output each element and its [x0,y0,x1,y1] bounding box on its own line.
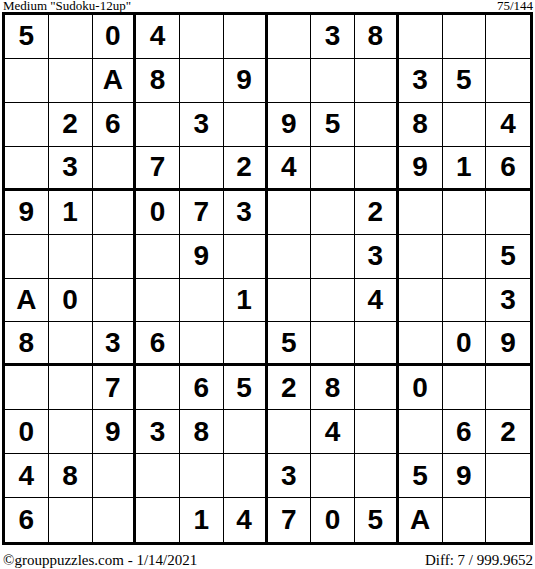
cell-r10c12[interactable]: 2 [486,410,530,454]
cell-r10c6[interactable] [224,410,268,454]
cell-r3c5[interactable]: 3 [180,103,224,147]
puzzle-counter: 75/144 [497,0,533,12]
cell-r8c4[interactable]: 6 [136,322,180,366]
cell-r8c1[interactable]: 8 [5,322,49,366]
cell-r12c12[interactable] [486,498,530,542]
cell-r9c3[interactable]: 7 [93,366,137,410]
cell-r11c1[interactable]: 4 [5,454,49,498]
cell-r6c10[interactable] [399,235,443,279]
cell-r2c12[interactable] [486,59,530,103]
cell-r12c10[interactable]: A [399,498,443,542]
cell-r8c11[interactable]: 0 [443,322,487,366]
cell-r9c2[interactable] [49,366,93,410]
cell-r1c5[interactable] [180,15,224,59]
cell-r12c4[interactable] [136,498,180,542]
cell-r10c4[interactable]: 3 [136,410,180,454]
cell-r3c4[interactable] [136,103,180,147]
cell-r5c2[interactable]: 1 [49,191,93,235]
cell-r8c10[interactable] [399,322,443,366]
cell-r9c8[interactable]: 8 [311,366,355,410]
cell-r6c1[interactable] [5,235,49,279]
cell-r12c11[interactable] [443,498,487,542]
cell-r2c7[interactable] [268,59,312,103]
cell-r4c3[interactable] [93,147,137,191]
cell-r1c1[interactable]: 5 [5,15,49,59]
cell-r9c11[interactable] [443,366,487,410]
cell-r3c1[interactable] [5,103,49,147]
cell-r10c3[interactable]: 9 [93,410,137,454]
cell-r12c1[interactable]: 6 [5,498,49,542]
cell-r10c1[interactable]: 0 [5,410,49,454]
cell-r12c2[interactable] [49,498,93,542]
cell-r2c1[interactable] [5,59,49,103]
cell-r2c9[interactable] [355,59,399,103]
cell-r7c8[interactable] [311,279,355,323]
cell-r1c8[interactable]: 3 [311,15,355,59]
cell-r12c6[interactable]: 4 [224,498,268,542]
cell-r4c8[interactable] [311,147,355,191]
cell-r7c10[interactable] [399,279,443,323]
cell-r12c3[interactable] [93,498,137,542]
cell-r9c7[interactable]: 2 [268,366,312,410]
cell-r3c3[interactable]: 6 [93,103,137,147]
cell-r1c6[interactable] [224,15,268,59]
page-header: Medium "Sudoku-12up" 75/144 [3,0,533,12]
page-title: Medium "Sudoku-12up" [3,0,131,12]
cell-r10c7[interactable] [268,410,312,454]
cell-r4c2[interactable]: 3 [49,147,93,191]
cell-r5c8[interactable] [311,191,355,235]
cell-r6c8[interactable] [311,235,355,279]
cell-r11c9[interactable] [355,454,399,498]
cell-r3c12[interactable]: 4 [486,103,530,147]
cell-r9c12[interactable] [486,366,530,410]
cell-r7c7[interactable] [268,279,312,323]
cell-r7c1[interactable]: A [5,279,49,323]
cell-r2c5[interactable] [180,59,224,103]
cell-r5c3[interactable] [93,191,137,235]
cell-r2c11[interactable]: 5 [443,59,487,103]
cell-r7c11[interactable] [443,279,487,323]
cell-r1c12[interactable] [486,15,530,59]
cell-r4c10[interactable]: 9 [399,147,443,191]
cell-r11c7[interactable]: 3 [268,454,312,498]
cell-r3c7[interactable]: 9 [268,103,312,147]
cell-r5c5[interactable]: 7 [180,191,224,235]
cell-r11c5[interactable] [180,454,224,498]
cell-r10c8[interactable]: 4 [311,410,355,454]
cell-r7c2[interactable]: 0 [49,279,93,323]
cell-r3c2[interactable]: 2 [49,103,93,147]
cell-r3c9[interactable] [355,103,399,147]
cell-r5c6[interactable]: 3 [224,191,268,235]
cell-r6c7[interactable] [268,235,312,279]
cell-r1c10[interactable] [399,15,443,59]
cell-r9c4[interactable] [136,366,180,410]
cell-r1c11[interactable] [443,15,487,59]
cell-r11c2[interactable]: 8 [49,454,93,498]
cell-r8c12[interactable]: 9 [486,322,530,366]
cell-r2c3[interactable]: A [93,59,137,103]
cell-r9c10[interactable]: 0 [399,366,443,410]
cell-r2c4[interactable]: 8 [136,59,180,103]
cell-r4c5[interactable] [180,147,224,191]
page-footer: ©grouppuzzles.com - 1/14/2021 Diff: 7 / … [3,552,533,568]
cell-r12c5[interactable]: 1 [180,498,224,542]
cell-r6c4[interactable] [136,235,180,279]
cell-r8c6[interactable] [224,322,268,366]
cell-r1c9[interactable]: 8 [355,15,399,59]
cell-r10c5[interactable]: 8 [180,410,224,454]
cell-r9c9[interactable] [355,366,399,410]
cell-r11c12[interactable] [486,454,530,498]
cell-r12c7[interactable]: 7 [268,498,312,542]
cell-r1c2[interactable] [49,15,93,59]
cell-r4c6[interactable]: 2 [224,147,268,191]
cell-r7c12[interactable]: 3 [486,279,530,323]
cell-r11c11[interactable]: 9 [443,454,487,498]
cell-r9c1[interactable] [5,366,49,410]
cell-r8c7[interactable]: 5 [268,322,312,366]
cell-r9c6[interactable]: 5 [224,366,268,410]
cell-r5c12[interactable] [486,191,530,235]
puzzle-page: Medium "Sudoku-12up" 75/144 50438A893526… [0,0,535,569]
cell-r3c11[interactable] [443,103,487,147]
cell-r10c11[interactable]: 6 [443,410,487,454]
cell-r7c3[interactable] [93,279,137,323]
cell-r4c1[interactable] [5,147,49,191]
cell-r5c7[interactable] [268,191,312,235]
cell-r11c3[interactable] [93,454,137,498]
cell-r6c5[interactable]: 9 [180,235,224,279]
cell-r4c7[interactable]: 4 [268,147,312,191]
cell-r11c4[interactable] [136,454,180,498]
cell-r4c4[interactable]: 7 [136,147,180,191]
difficulty-text: Diff: 7 / 999.9652 [425,552,533,568]
cell-r2c8[interactable] [311,59,355,103]
cell-r1c3[interactable]: 0 [93,15,137,59]
cell-r1c7[interactable] [268,15,312,59]
cell-r4c9[interactable] [355,147,399,191]
cell-r9c5[interactable]: 6 [180,366,224,410]
cell-r10c2[interactable] [49,410,93,454]
cell-r2c6[interactable]: 9 [224,59,268,103]
cell-r4c11[interactable]: 1 [443,147,487,191]
cell-r11c8[interactable] [311,454,355,498]
cell-r5c9[interactable]: 2 [355,191,399,235]
cell-r12c9[interactable]: 5 [355,498,399,542]
cell-r2c10[interactable]: 3 [399,59,443,103]
cell-r8c5[interactable] [180,322,224,366]
cell-r8c3[interactable]: 3 [93,322,137,366]
cell-r5c10[interactable] [399,191,443,235]
cell-r7c4[interactable] [136,279,180,323]
cell-r1c4[interactable]: 4 [136,15,180,59]
cell-r8c8[interactable] [311,322,355,366]
cell-r3c8[interactable]: 5 [311,103,355,147]
cell-r11c10[interactable]: 5 [399,454,443,498]
cell-r5c11[interactable] [443,191,487,235]
cell-r8c9[interactable] [355,322,399,366]
cell-r4c12[interactable]: 6 [486,147,530,191]
cell-r6c6[interactable] [224,235,268,279]
cell-r3c6[interactable] [224,103,268,147]
cell-r5c4[interactable]: 0 [136,191,180,235]
sudoku-board: 50438A893526395843724916910732935A014383… [2,12,533,545]
cell-r6c2[interactable] [49,235,93,279]
cell-r8c2[interactable] [49,322,93,366]
cell-r6c11[interactable] [443,235,487,279]
cell-r3c10[interactable]: 8 [399,103,443,147]
cell-r10c10[interactable] [399,410,443,454]
cell-r10c9[interactable] [355,410,399,454]
cell-r12c8[interactable]: 0 [311,498,355,542]
cell-r6c12[interactable]: 5 [486,235,530,279]
cell-r7c6[interactable]: 1 [224,279,268,323]
cell-r6c3[interactable] [93,235,137,279]
cell-r6c9[interactable]: 3 [355,235,399,279]
cell-r7c5[interactable] [180,279,224,323]
cell-r5c1[interactable]: 9 [5,191,49,235]
cell-r7c9[interactable]: 4 [355,279,399,323]
cell-r11c6[interactable] [224,454,268,498]
cell-r2c2[interactable] [49,59,93,103]
copyright-text: ©grouppuzzles.com - 1/14/2021 [3,552,197,568]
